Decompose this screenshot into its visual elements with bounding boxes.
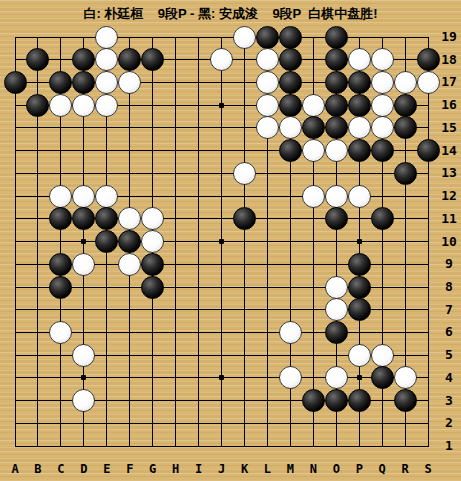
- col-label-G: G: [144, 462, 161, 476]
- black-stone-L19[interactable]: [256, 26, 279, 49]
- black-stone-D11[interactable]: [72, 207, 95, 230]
- white-stone-O14[interactable]: [325, 139, 348, 162]
- black-stone-A17[interactable]: [4, 71, 27, 94]
- white-stone-D5[interactable]: [72, 344, 95, 367]
- white-stone-L15[interactable]: [256, 116, 279, 139]
- white-stone-J18[interactable]: [210, 48, 233, 71]
- col-label-P: P: [351, 462, 368, 476]
- black-stone-P16[interactable]: [348, 94, 371, 117]
- black-stone-M17[interactable]: [279, 71, 302, 94]
- black-stone-O17[interactable]: [325, 71, 348, 94]
- black-stone-F18[interactable]: [118, 48, 141, 71]
- white-stone-P18[interactable]: [348, 48, 371, 71]
- black-stone-P7[interactable]: [348, 298, 371, 321]
- white-stone-D16[interactable]: [72, 94, 95, 117]
- black-stone-C9[interactable]: [49, 253, 72, 276]
- white-stone-Q16[interactable]: [371, 94, 394, 117]
- star-point-J16: [219, 103, 224, 108]
- col-label-O: O: [328, 462, 345, 476]
- row-label-17: 17: [438, 74, 460, 89]
- row-label-1: 1: [438, 438, 460, 453]
- black-stone-D18[interactable]: [72, 48, 95, 71]
- white-stone-C6[interactable]: [49, 321, 72, 344]
- black-stone-K11[interactable]: [233, 207, 256, 230]
- white-stone-D9[interactable]: [72, 253, 95, 276]
- white-stone-M6[interactable]: [279, 321, 302, 344]
- white-stone-M4[interactable]: [279, 366, 302, 389]
- row-label-3: 3: [438, 393, 460, 408]
- black-stone-Q14[interactable]: [371, 139, 394, 162]
- white-stone-D12[interactable]: [72, 185, 95, 208]
- col-label-F: F: [121, 462, 138, 476]
- white-stone-O8[interactable]: [325, 276, 348, 299]
- white-stone-F11[interactable]: [118, 207, 141, 230]
- white-stone-K13[interactable]: [233, 162, 256, 185]
- white-stone-C16[interactable]: [49, 94, 72, 117]
- white-stone-O12[interactable]: [325, 185, 348, 208]
- black-stone-N15[interactable]: [302, 116, 325, 139]
- row-label-19: 19: [438, 29, 460, 44]
- black-stone-O11[interactable]: [325, 207, 348, 230]
- black-stone-G8[interactable]: [141, 276, 164, 299]
- black-stone-P9[interactable]: [348, 253, 371, 276]
- white-stone-G11[interactable]: [141, 207, 164, 230]
- black-stone-C17[interactable]: [49, 71, 72, 94]
- white-stone-E12[interactable]: [95, 185, 118, 208]
- black-stone-O6[interactable]: [325, 321, 348, 344]
- black-stone-S14[interactable]: [417, 139, 440, 162]
- row-label-7: 7: [438, 302, 460, 317]
- row-label-11: 11: [438, 211, 460, 226]
- col-label-I: I: [190, 462, 207, 476]
- white-stone-N12[interactable]: [302, 185, 325, 208]
- black-stone-D17[interactable]: [72, 71, 95, 94]
- star-point-P10: [357, 239, 362, 244]
- star-point-P4: [357, 375, 362, 380]
- row-label-12: 12: [438, 188, 460, 203]
- white-stone-F17[interactable]: [118, 71, 141, 94]
- black-stone-E10[interactable]: [95, 230, 118, 253]
- grid-line: [15, 423, 429, 424]
- black-stone-R15[interactable]: [394, 116, 417, 139]
- black-stone-N3[interactable]: [302, 389, 325, 412]
- row-label-6: 6: [438, 324, 460, 339]
- col-label-K: K: [236, 462, 253, 476]
- col-label-B: B: [29, 462, 46, 476]
- grid-line: [244, 37, 245, 447]
- black-stone-C11[interactable]: [49, 207, 72, 230]
- white-stone-Q17[interactable]: [371, 71, 394, 94]
- col-label-R: R: [397, 462, 414, 476]
- col-label-E: E: [98, 462, 115, 476]
- star-point-D4: [81, 375, 86, 380]
- col-label-S: S: [420, 462, 437, 476]
- col-label-L: L: [259, 462, 276, 476]
- white-stone-F9[interactable]: [118, 253, 141, 276]
- white-stone-R4[interactable]: [394, 366, 417, 389]
- black-stone-S18[interactable]: [417, 48, 440, 71]
- black-stone-R3[interactable]: [394, 389, 417, 412]
- white-stone-Q18[interactable]: [371, 48, 394, 71]
- white-stone-P15[interactable]: [348, 116, 371, 139]
- black-stone-Q4[interactable]: [371, 366, 394, 389]
- star-point-J10: [219, 239, 224, 244]
- black-stone-O18[interactable]: [325, 48, 348, 71]
- white-stone-R17[interactable]: [394, 71, 417, 94]
- white-stone-L17[interactable]: [256, 71, 279, 94]
- star-point-J4: [219, 375, 224, 380]
- row-label-13: 13: [438, 165, 460, 180]
- white-stone-G10[interactable]: [141, 230, 164, 253]
- black-stone-O15[interactable]: [325, 116, 348, 139]
- black-stone-M16[interactable]: [279, 94, 302, 117]
- col-label-M: M: [282, 462, 299, 476]
- white-stone-Q5[interactable]: [371, 344, 394, 367]
- go-board[interactable]: ABCDEFGHIJKLMNOPQRS191817161514131211109…: [0, 0, 461, 481]
- col-label-Q: Q: [374, 462, 391, 476]
- black-stone-B18[interactable]: [26, 48, 49, 71]
- black-stone-P14[interactable]: [348, 139, 371, 162]
- black-stone-Q11[interactable]: [371, 207, 394, 230]
- black-stone-M18[interactable]: [279, 48, 302, 71]
- white-stone-E16[interactable]: [95, 94, 118, 117]
- white-stone-E19[interactable]: [95, 26, 118, 49]
- black-stone-G18[interactable]: [141, 48, 164, 71]
- row-label-15: 15: [438, 120, 460, 135]
- white-stone-N16[interactable]: [302, 94, 325, 117]
- white-stone-L18[interactable]: [256, 48, 279, 71]
- black-stone-B16[interactable]: [26, 94, 49, 117]
- black-stone-F10[interactable]: [118, 230, 141, 253]
- black-stone-R13[interactable]: [394, 162, 417, 185]
- white-stone-C12[interactable]: [49, 185, 72, 208]
- row-label-8: 8: [438, 279, 460, 294]
- white-stone-P5[interactable]: [348, 344, 371, 367]
- row-label-4: 4: [438, 370, 460, 385]
- row-label-9: 9: [438, 256, 460, 271]
- white-stone-S17[interactable]: [417, 71, 440, 94]
- black-stone-P8[interactable]: [348, 276, 371, 299]
- grid-line: [15, 332, 429, 333]
- black-stone-C8[interactable]: [49, 276, 72, 299]
- row-label-16: 16: [438, 97, 460, 112]
- black-stone-O16[interactable]: [325, 94, 348, 117]
- white-stone-N14[interactable]: [302, 139, 325, 162]
- black-stone-M14[interactable]: [279, 139, 302, 162]
- black-stone-G9[interactable]: [141, 253, 164, 276]
- grid-line: [428, 37, 429, 447]
- black-stone-E11[interactable]: [95, 207, 118, 230]
- row-label-5: 5: [438, 347, 460, 362]
- row-label-2: 2: [438, 415, 460, 430]
- row-label-18: 18: [438, 52, 460, 67]
- col-label-D: D: [75, 462, 92, 476]
- white-stone-K19[interactable]: [233, 26, 256, 49]
- black-stone-O3[interactable]: [325, 389, 348, 412]
- grid-line: [15, 446, 429, 447]
- white-stone-E17[interactable]: [95, 71, 118, 94]
- black-stone-O19[interactable]: [325, 26, 348, 49]
- row-label-14: 14: [438, 143, 460, 158]
- row-label-10: 10: [438, 234, 460, 249]
- col-label-A: A: [7, 462, 24, 476]
- star-point-D10: [81, 239, 86, 244]
- col-label-N: N: [305, 462, 322, 476]
- white-stone-O7[interactable]: [325, 298, 348, 321]
- col-label-J: J: [213, 462, 230, 476]
- white-stone-P12[interactable]: [348, 185, 371, 208]
- white-stone-E18[interactable]: [95, 48, 118, 71]
- black-stone-P3[interactable]: [348, 389, 371, 412]
- col-label-C: C: [52, 462, 69, 476]
- white-stone-L16[interactable]: [256, 94, 279, 117]
- black-stone-M19[interactable]: [279, 26, 302, 49]
- col-label-H: H: [167, 462, 184, 476]
- black-stone-P17[interactable]: [348, 71, 371, 94]
- go-game-viewer: 白: 朴廷桓 9段P - 黑: 安成浚 9段P 白棋中盘胜! ABCDEFGHI…: [0, 0, 461, 481]
- white-stone-M15[interactable]: [279, 116, 302, 139]
- white-stone-D3[interactable]: [72, 389, 95, 412]
- black-stone-R16[interactable]: [394, 94, 417, 117]
- white-stone-O4[interactable]: [325, 366, 348, 389]
- white-stone-Q15[interactable]: [371, 116, 394, 139]
